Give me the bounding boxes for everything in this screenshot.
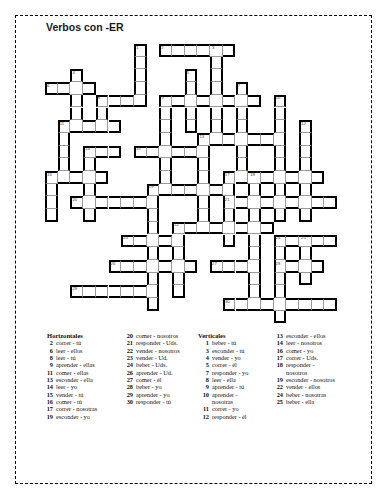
grid-cell[interactable] (223, 133, 236, 146)
cell-number: 8 (98, 96, 100, 101)
clue-number: 10 (195, 391, 209, 406)
across-header: Horizontales (47, 332, 117, 339)
grid-cell[interactable] (70, 95, 83, 108)
grid-cell[interactable] (159, 146, 172, 159)
grid-cell[interactable] (312, 196, 325, 209)
clue-text: leer - ella (212, 376, 258, 383)
grid-cell[interactable] (236, 120, 249, 133)
cell-number: 22 (174, 223, 179, 228)
grid-cell[interactable] (312, 171, 325, 184)
grid-cell[interactable] (147, 247, 160, 260)
clue-text: vender - Ud. (136, 354, 192, 361)
grid-cell[interactable] (261, 222, 274, 235)
grid-cell[interactable] (274, 184, 287, 197)
grid-cell[interactable] (210, 108, 223, 121)
clue-text: responder - yo (212, 369, 258, 376)
grid-cell[interactable] (147, 273, 160, 286)
clue-item: 14leer - yo (39, 383, 117, 390)
grid-cell[interactable] (197, 95, 210, 108)
clue-number: 7 (195, 369, 209, 376)
grid-cell[interactable] (248, 260, 261, 273)
cell-number: 5 (187, 71, 189, 76)
grid-cell[interactable] (274, 171, 287, 184)
grid-cell[interactable] (299, 260, 312, 273)
grid-cell[interactable] (274, 158, 287, 171)
clue-text: esconder - nosotros (286, 376, 336, 383)
grid-cell[interactable] (299, 273, 312, 286)
grid-cell[interactable] (134, 69, 147, 82)
grid-cell[interactable] (134, 285, 147, 298)
grid-cell[interactable] (248, 247, 261, 260)
grid-cell[interactable] (147, 235, 160, 248)
grid-cell[interactable] (83, 196, 96, 209)
grid-cell[interactable] (172, 247, 185, 260)
clue-text: comer - tú (56, 398, 111, 405)
clue-text: comer - nosotros (136, 332, 192, 339)
clue-item: 12responder - él (195, 413, 269, 420)
grid-cell[interactable] (172, 146, 185, 159)
grid-cell[interactable] (83, 209, 96, 222)
cell-number: 27 (212, 262, 217, 267)
grid-cell[interactable] (172, 235, 185, 248)
grid-cell[interactable] (274, 146, 287, 159)
down-list-2: 13esconder - ellos14leer - nosotros16com… (269, 332, 347, 405)
clue-number: 24 (119, 361, 133, 368)
clue-number: 22 (119, 347, 133, 354)
clue-item: 13esconder - ellos (269, 332, 347, 339)
cell-number: 1 (136, 46, 138, 51)
clue-number: 30 (119, 398, 133, 405)
grid-cell[interactable] (274, 285, 287, 298)
grid-cell[interactable] (299, 146, 312, 159)
grid-cell[interactable] (58, 133, 71, 146)
grid-cell[interactable] (223, 95, 236, 108)
grid-cell[interactable] (159, 184, 172, 197)
grid-cell[interactable] (261, 133, 274, 146)
grid-cell[interactable] (223, 209, 236, 222)
grid-cell[interactable] (121, 196, 134, 209)
grid-cell[interactable] (172, 95, 185, 108)
cell-number: 2 (161, 46, 163, 51)
clue-item: 13esconder - ella (39, 376, 117, 383)
grid-cell[interactable] (274, 298, 287, 311)
grid-cell[interactable] (96, 285, 109, 298)
grid-cell[interactable] (248, 273, 261, 286)
clue-text: responder - él (212, 413, 258, 420)
grid-cell[interactable] (274, 273, 287, 286)
clue-number: 2 (39, 339, 53, 346)
clue-item: 20comer - nosotros (119, 332, 197, 339)
grid-cell[interactable] (274, 196, 287, 209)
cell-number: 12 (301, 122, 306, 127)
grid-cell[interactable] (274, 209, 287, 222)
grid-cell[interactable] (147, 222, 160, 235)
grid-cell[interactable] (210, 82, 223, 95)
grid-cell[interactable] (185, 120, 198, 133)
clue-text: aprender - nosotras (212, 391, 258, 406)
grid-cell[interactable] (172, 273, 185, 286)
clue-number: 21 (119, 339, 133, 346)
clue-text: responder - tú (136, 398, 192, 405)
clue-item: 14leer - nosotros (269, 339, 347, 346)
grid-cell[interactable] (58, 158, 71, 171)
grid-cell[interactable] (109, 146, 122, 159)
clue-item: 6leer - ellos (39, 347, 117, 354)
cell-number: 3 (212, 46, 214, 51)
cell-number: 9 (161, 96, 163, 101)
grid-cell[interactable] (83, 184, 96, 197)
grid-cell[interactable] (236, 260, 249, 273)
cell-number: 6 (47, 84, 49, 89)
cell-number: 30 (225, 300, 230, 305)
grid-cell[interactable] (299, 298, 312, 311)
clue-text: aprender - Ud. (136, 369, 192, 376)
grid-cell[interactable] (147, 285, 160, 298)
grid-cell[interactable] (299, 158, 312, 171)
grid-cell[interactable] (185, 260, 198, 273)
grid-cell[interactable] (274, 311, 287, 324)
grid-cell[interactable] (172, 285, 185, 298)
grid-cell[interactable] (261, 171, 274, 184)
clue-text: esconder - yo (56, 413, 111, 420)
clue-number: 19 (269, 376, 283, 383)
grid-cell[interactable] (96, 146, 109, 159)
cell-number: 13 (199, 135, 204, 140)
clue-item: 19esconder - yo (39, 413, 117, 420)
across-list-2: 20comer - nosotros21responder - Uds.22ve… (119, 332, 197, 405)
grid-cell[interactable] (83, 171, 96, 184)
grid-cell[interactable] (70, 120, 83, 133)
grid-cell[interactable] (299, 209, 312, 222)
clue-item: 8leer - tú (39, 354, 117, 361)
clue-item: 28beber - yo (119, 383, 197, 390)
grid-cell[interactable] (274, 108, 287, 121)
clue-item: 11correr - yo (195, 405, 269, 412)
clue-text: aprender - tú (212, 383, 258, 390)
clue-number: 25 (269, 398, 283, 405)
grid-cell[interactable] (134, 260, 147, 273)
grid-cell[interactable] (274, 133, 287, 146)
grid-cell[interactable] (286, 298, 299, 311)
grid-cell[interactable] (134, 95, 147, 108)
grid-cell[interactable] (236, 133, 249, 146)
grid-cell[interactable] (185, 82, 198, 95)
grid-cell[interactable] (197, 146, 210, 159)
grid-cell[interactable] (223, 235, 236, 248)
across-clues-column-1: Horizontales 2correr - tú6leer - ellos8l… (39, 332, 117, 420)
grid-cell[interactable] (236, 108, 249, 121)
worksheet-title: Verbos con -ER (46, 21, 124, 33)
clue-text: vender - yo (212, 354, 258, 361)
clue-text: vender - nosotros (136, 347, 192, 354)
grid-cell[interactable] (172, 44, 185, 57)
clue-item: 4vender - yo (195, 354, 269, 361)
grid-cell[interactable] (159, 171, 172, 184)
clue-text: comer - él (136, 376, 192, 383)
clue-item: 17correr - Uds. (269, 354, 347, 361)
grid-cell[interactable] (312, 298, 325, 311)
clue-text: comer - yo (286, 347, 336, 354)
clue-item: 5correr - él (195, 361, 269, 368)
grid-cell[interactable] (236, 95, 249, 108)
grid-cell[interactable] (70, 171, 83, 184)
grid-cell[interactable] (159, 108, 172, 121)
grid-cell[interactable] (236, 196, 249, 209)
clue-item: 27comer - él (119, 376, 197, 383)
grid-cell[interactable] (83, 82, 96, 95)
grid-cell[interactable] (210, 184, 223, 197)
grid-cell[interactable] (236, 146, 249, 159)
clue-text: correr - Uds. (286, 354, 336, 361)
clue-item: 16comer - tú (39, 398, 117, 405)
clue-text: beber - nosotras (286, 391, 336, 398)
clue-number: 20 (119, 332, 133, 339)
clue-item: 9aprender - ellas (39, 361, 117, 368)
grid-cell[interactable] (223, 184, 236, 197)
clue-text: correr - nosotras (56, 405, 111, 412)
grid-cell[interactable] (70, 108, 83, 121)
grid-cell[interactable] (274, 247, 287, 260)
grid-cell[interactable] (299, 247, 312, 260)
cell-number: 16 (47, 173, 52, 178)
grid-cell[interactable] (147, 209, 160, 222)
crossword-grid: 1234567891011121314151617181920212223242… (45, 44, 338, 324)
grid-cell[interactable] (312, 235, 325, 248)
cell-number: 14 (85, 147, 90, 152)
clue-item: 23vender - Ud. (119, 354, 197, 361)
grid-cell[interactable] (197, 158, 210, 171)
clue-text: esconder - ella (56, 376, 111, 383)
grid-cell[interactable] (248, 222, 261, 235)
grid-cell[interactable] (299, 184, 312, 197)
grid-cell[interactable] (83, 285, 96, 298)
grid-cell[interactable] (197, 44, 210, 57)
clue-text: leer - tú (56, 354, 111, 361)
clue-item: 18responder - nosotros (269, 361, 347, 376)
cell-number: 17 (225, 173, 230, 178)
clue-item: 15vender - tú (39, 391, 117, 398)
grid-cell[interactable] (236, 171, 249, 184)
clue-item: 10aprender - nosotras (195, 391, 269, 406)
cell-number: 23 (123, 236, 128, 241)
grid-cell[interactable] (159, 158, 172, 171)
grid-cell[interactable] (185, 95, 198, 108)
clue-number: 19 (39, 413, 53, 420)
grid-cell[interactable] (185, 44, 198, 57)
clue-text: responder - nosotros (286, 361, 336, 376)
grid-cell[interactable] (324, 196, 337, 209)
cell-number: 25 (301, 236, 306, 241)
grid-cell[interactable] (223, 44, 236, 57)
grid-cell[interactable] (134, 196, 147, 209)
grid-cell[interactable] (121, 285, 134, 298)
grid-cell[interactable] (147, 146, 160, 159)
grid-cell[interactable] (134, 235, 147, 248)
clue-number: 15 (39, 391, 53, 398)
grid-cell[interactable] (286, 260, 299, 273)
grid-cell[interactable] (236, 298, 249, 311)
grid-cell[interactable] (299, 171, 312, 184)
clue-item: 21responder - Uds. (119, 339, 197, 346)
grid-cell[interactable] (197, 196, 210, 209)
grid-cell[interactable] (109, 285, 122, 298)
grid-cell[interactable] (159, 133, 172, 146)
grid-cell[interactable] (248, 209, 261, 222)
grid-cell[interactable] (58, 82, 71, 95)
clue-item: 24beber - Uds. (119, 361, 197, 368)
grid-cell[interactable] (96, 120, 109, 133)
grid-cell[interactable] (261, 196, 274, 209)
grid-cell[interactable] (147, 298, 160, 311)
clue-number: 8 (39, 354, 53, 361)
grid-cell[interactable] (248, 184, 261, 197)
grid-cell[interactable] (185, 184, 198, 197)
worksheet-page: Verbos con -ER 1234567891011121314151617… (0, 0, 386, 500)
grid-cell[interactable] (223, 260, 236, 273)
grid-cell[interactable] (185, 146, 198, 159)
grid-cell[interactable] (83, 120, 96, 133)
grid-cell[interactable] (210, 95, 223, 108)
grid-cell[interactable] (274, 120, 287, 133)
grid-cell[interactable] (236, 222, 249, 235)
grid-cell[interactable] (261, 298, 274, 311)
grid-cell[interactable] (45, 196, 58, 209)
down-clues-column-1: Verticales 1beber - tú3esconder - tú4ven… (195, 332, 269, 420)
cell-number: 21 (225, 198, 230, 203)
clue-item: 22vender - ellos (269, 383, 347, 390)
cell-number: 10 (276, 96, 281, 101)
grid-cell[interactable] (96, 196, 109, 209)
grid-cell[interactable] (210, 133, 223, 146)
grid-cell[interactable] (248, 133, 261, 146)
clue-item: 9aprender - tú (195, 383, 269, 390)
grid-cell[interactable] (197, 171, 210, 184)
grid-cell[interactable] (172, 260, 185, 273)
grid-cell[interactable] (159, 235, 172, 248)
cell-number: 26 (111, 262, 116, 267)
cell-number: 29 (72, 287, 77, 292)
clue-number: 23 (119, 354, 133, 361)
cell-number: 20 (72, 198, 77, 203)
grid-cell[interactable] (172, 184, 185, 197)
clue-number: 1 (195, 339, 209, 346)
grid-cell[interactable] (286, 196, 299, 209)
grid-cell[interactable] (248, 196, 261, 209)
clue-item: 19esconder - nosotros (269, 376, 347, 383)
grid-cell[interactable] (210, 120, 223, 133)
across-clues-column-2: 20comer - nosotros21responder - Uds.22ve… (119, 332, 197, 405)
clue-number: 27 (119, 376, 133, 383)
clue-number: 3 (195, 347, 209, 354)
grid-cell[interactable] (210, 222, 223, 235)
grid-cell[interactable] (185, 222, 198, 235)
clue-item: 7responder - yo (195, 369, 269, 376)
grid-cell[interactable] (134, 57, 147, 70)
clue-number: 9 (195, 383, 209, 390)
grid-cell[interactable] (248, 235, 261, 248)
grid-cell[interactable] (121, 260, 134, 273)
grid-cell[interactable] (70, 82, 83, 95)
grid-cell[interactable] (210, 69, 223, 82)
clue-number: 17 (269, 354, 283, 361)
grid-cell[interactable] (248, 95, 261, 108)
grid-cell[interactable] (236, 158, 249, 171)
cell-number: 11 (60, 122, 64, 127)
grid-cell[interactable] (58, 146, 71, 159)
clue-number: 6 (39, 347, 53, 354)
cell-number: 18 (250, 173, 255, 178)
clue-number: 5 (195, 361, 209, 368)
clue-number: 11 (195, 405, 209, 412)
grid-cell[interactable] (312, 260, 325, 273)
grid-cell[interactable] (96, 108, 109, 121)
grid-cell[interactable] (159, 260, 172, 273)
clue-number: 4 (195, 354, 209, 361)
clue-text: vender - tú (56, 391, 111, 398)
clue-text: comer - ellas (56, 369, 111, 376)
grid-cell[interactable] (248, 298, 261, 311)
clue-item: 1beber - tú (195, 339, 269, 346)
grid-cell[interactable] (185, 108, 198, 121)
grid-cell[interactable] (159, 120, 172, 133)
grid-cell[interactable] (147, 196, 160, 209)
clue-text: esconder - tú (212, 347, 258, 354)
clue-number: 14 (39, 383, 53, 390)
grid-cell[interactable] (83, 158, 96, 171)
clue-text: correr - él (212, 361, 258, 368)
down-header: Verticales (198, 332, 269, 339)
grid-cell[interactable] (121, 95, 134, 108)
grid-cell[interactable] (248, 285, 261, 298)
grid-cell[interactable] (286, 235, 299, 248)
grid-cell[interactable] (197, 222, 210, 235)
clue-item: 26aprender - Ud. (119, 369, 197, 376)
grid-cell[interactable] (45, 184, 58, 197)
grid-cell[interactable] (223, 222, 236, 235)
clue-item: 2correr - tú (39, 339, 117, 346)
clue-text: beber - yo (136, 383, 192, 390)
clue-item: 22vender - nosotros (119, 347, 197, 354)
grid-cell[interactable] (109, 120, 122, 133)
grid-cell[interactable] (109, 95, 122, 108)
grid-cell[interactable] (197, 209, 210, 222)
cell-number: 7 (238, 84, 240, 89)
clue-number: 16 (39, 398, 53, 405)
grid-cell[interactable] (134, 82, 147, 95)
grid-cell[interactable] (58, 171, 71, 184)
clue-text: beber - tú (212, 339, 258, 346)
clue-text: beber - Uds. (136, 361, 192, 368)
grid-cell[interactable] (96, 171, 109, 184)
clue-number: 24 (269, 391, 283, 398)
grid-cell[interactable] (324, 298, 337, 311)
clue-number: 8 (195, 376, 209, 383)
grid-cell[interactable] (286, 171, 299, 184)
grid-cell[interactable] (147, 260, 160, 273)
clue-number: 14 (269, 339, 283, 346)
clue-item: 11comer - ellas (39, 369, 117, 376)
grid-cell[interactable] (45, 209, 58, 222)
grid-cell[interactable] (109, 196, 122, 209)
clue-text: beber - ella (286, 398, 336, 405)
grid-cell[interactable] (210, 57, 223, 70)
cell-number: 24 (276, 236, 281, 241)
grid-cell[interactable] (299, 196, 312, 209)
clue-text: leer - nosotros (286, 339, 336, 346)
grid-cell[interactable] (197, 184, 210, 197)
grid-cell[interactable] (299, 133, 312, 146)
grid-cell[interactable] (324, 235, 337, 248)
